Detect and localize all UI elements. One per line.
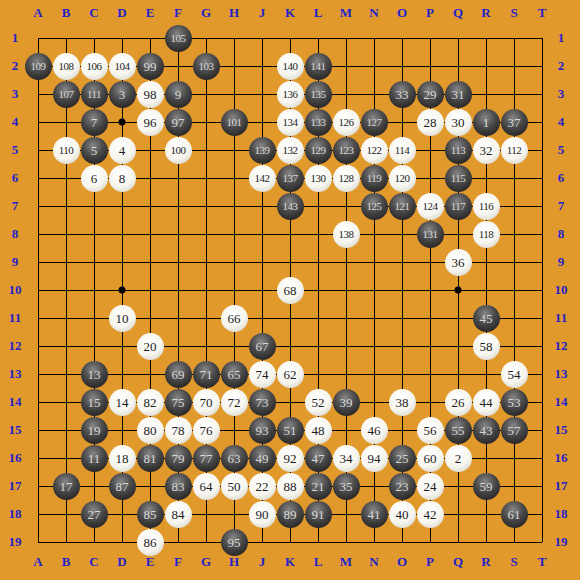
stone-black-H16[interactable]: 63 [221,445,248,472]
stone-white-D11[interactable]: 10 [109,305,136,332]
stone-black-S18[interactable]: 61 [501,501,528,528]
stone-black-Q15[interactable]: 55 [445,417,472,444]
stone-white-F18[interactable]: 84 [165,501,192,528]
move-number: 143 [283,201,298,212]
stone-white-B2[interactable]: 108 [53,53,80,80]
stone-white-E12[interactable]: 20 [137,333,164,360]
move-number: 57 [508,424,521,437]
stone-white-R8[interactable]: 118 [473,221,500,248]
stone-black-G16[interactable]: 77 [193,445,220,472]
column-label-bottom-M: M [332,554,360,570]
column-label-top-Q: Q [444,5,472,21]
column-label-top-A: A [24,5,52,21]
column-label-bottom-S: S [500,554,528,570]
stone-black-O7[interactable]: 121 [389,193,416,220]
stone-white-L14[interactable]: 52 [305,389,332,416]
stone-black-K7[interactable]: 143 [277,193,304,220]
stone-black-N18[interactable]: 41 [361,501,388,528]
move-number: 131 [423,229,438,240]
stone-black-E2[interactable]: 99 [137,53,164,80]
move-number: 69 [172,368,185,381]
stone-black-N7[interactable]: 125 [361,193,388,220]
move-number: 24 [424,480,437,493]
move-number: 111 [87,89,101,100]
column-label-bottom-J: J [248,554,276,570]
move-number: 7 [91,116,98,129]
stone-black-Q3[interactable]: 31 [445,81,472,108]
stone-black-R17[interactable]: 59 [473,473,500,500]
stone-white-B5[interactable]: 110 [53,137,80,164]
move-number: 30 [452,116,465,129]
move-number: 86 [144,536,157,549]
stone-black-N6[interactable]: 119 [361,165,388,192]
stone-white-G15[interactable]: 76 [193,417,220,444]
move-number: 87 [116,480,129,493]
column-label-top-J: J [248,5,276,21]
column-label-bottom-L: L [304,554,332,570]
move-number: 59 [480,480,493,493]
column-label-top-H: H [220,5,248,21]
stone-white-K3[interactable]: 136 [277,81,304,108]
go-board: ABCDEFGHJKLMNOPQRST ABCDEFGHJKLMNOPQRST … [0,0,580,580]
stone-white-G17[interactable]: 64 [193,473,220,500]
column-label-bottom-H: H [220,554,248,570]
stone-white-D5[interactable]: 4 [109,137,136,164]
stone-white-J6[interactable]: 142 [249,165,276,192]
stone-black-R15[interactable]: 43 [473,417,500,444]
column-label-bottom-F: F [164,554,192,570]
stone-black-L17[interactable]: 21 [305,473,332,500]
stone-black-C3[interactable]: 111 [81,81,108,108]
stone-black-L5[interactable]: 129 [305,137,332,164]
column-label-bottom-N: N [360,554,388,570]
stone-white-P18[interactable]: 42 [417,501,444,528]
move-number: 94 [368,452,381,465]
move-number: 37 [508,116,521,129]
move-number: 74 [256,368,269,381]
column-label-bottom-B: B [52,554,80,570]
column-label-top-N: N [360,5,388,21]
move-number: 116 [479,201,494,212]
move-number: 68 [284,284,297,297]
move-number: 41 [368,508,381,521]
stone-white-O6[interactable]: 120 [389,165,416,192]
stone-white-N15[interactable]: 46 [361,417,388,444]
move-number: 119 [367,173,382,184]
stone-black-J16[interactable]: 49 [249,445,276,472]
move-number: 114 [395,145,410,156]
column-label-top-O: O [388,5,416,21]
move-number: 77 [200,452,213,465]
column-label-top-L: L [304,5,332,21]
stone-white-E15[interactable]: 80 [137,417,164,444]
stone-white-N5[interactable]: 122 [361,137,388,164]
stone-white-D16[interactable]: 18 [109,445,136,472]
move-number: 73 [256,396,269,409]
move-number: 142 [255,173,270,184]
stone-white-H17[interactable]: 50 [221,473,248,500]
move-number: 15 [88,396,101,409]
move-number: 84 [172,508,185,521]
stone-white-O14[interactable]: 38 [389,389,416,416]
move-number: 109 [31,61,46,72]
stone-white-H14[interactable]: 72 [221,389,248,416]
move-number: 36 [452,256,465,269]
move-number: 98 [144,88,157,101]
stone-white-P7[interactable]: 124 [417,193,444,220]
move-number: 22 [256,480,269,493]
stone-black-Q5[interactable]: 113 [445,137,472,164]
stone-black-L18[interactable]: 91 [305,501,332,528]
move-number: 67 [256,340,269,353]
move-number: 93 [256,424,269,437]
move-number: 20 [144,340,157,353]
stone-black-D3[interactable]: 3 [109,81,136,108]
stone-black-F14[interactable]: 75 [165,389,192,416]
move-number: 75 [172,396,185,409]
move-number: 60 [424,452,437,465]
move-number: 78 [172,424,185,437]
column-label-top-D: D [108,5,136,21]
column-label-bottom-R: R [472,554,500,570]
stone-black-J15[interactable]: 93 [249,417,276,444]
stone-white-C2[interactable]: 106 [81,53,108,80]
stone-white-J17[interactable]: 22 [249,473,276,500]
move-number: 104 [115,61,130,72]
stone-black-B17[interactable]: 17 [53,473,80,500]
move-number: 123 [339,145,354,156]
move-number: 108 [59,61,74,72]
column-label-top-S: S [500,5,528,21]
column-label-top-K: K [276,5,304,21]
move-number: 101 [227,117,242,128]
move-number: 2 [455,452,462,465]
stone-white-D14[interactable]: 14 [109,389,136,416]
move-number: 83 [172,480,185,493]
move-number: 135 [311,89,326,100]
move-number: 45 [480,312,493,325]
stone-black-E16[interactable]: 81 [137,445,164,472]
move-number: 58 [480,340,493,353]
stone-black-F1[interactable]: 105 [165,25,192,52]
stone-black-L16[interactable]: 47 [305,445,332,472]
column-label-top-F: F [164,5,192,21]
move-number: 63 [228,452,241,465]
stone-black-J5[interactable]: 139 [249,137,276,164]
stone-black-M17[interactable]: 35 [333,473,360,500]
move-number: 127 [367,117,382,128]
move-number: 76 [200,424,213,437]
move-number: 48 [312,424,325,437]
move-number: 95 [228,536,241,549]
stone-white-P17[interactable]: 24 [417,473,444,500]
move-number: 6 [91,172,98,185]
move-number: 134 [283,117,298,128]
move-number: 117 [451,201,466,212]
move-number: 9 [175,88,182,101]
stone-black-H4[interactable]: 101 [221,109,248,136]
move-number: 3 [119,88,126,101]
column-label-top-R: R [472,5,500,21]
stone-white-Q14[interactable]: 26 [445,389,472,416]
move-number: 5 [91,144,98,157]
stone-black-Q6[interactable]: 115 [445,165,472,192]
move-number: 53 [508,396,521,409]
column-label-top-P: P [416,5,444,21]
stone-black-H19[interactable]: 95 [221,529,248,556]
stone-white-E4[interactable]: 96 [137,109,164,136]
stone-white-K4[interactable]: 134 [277,109,304,136]
stone-black-O17[interactable]: 23 [389,473,416,500]
move-number: 66 [228,312,241,325]
column-label-bottom-T: T [528,554,556,570]
move-number: 19 [88,424,101,437]
move-number: 28 [424,116,437,129]
stone-white-L15[interactable]: 48 [305,417,332,444]
stone-black-P3[interactable]: 29 [417,81,444,108]
column-label-top-M: M [332,5,360,21]
move-number: 136 [283,89,298,100]
move-number: 110 [59,145,74,156]
move-number: 70 [200,396,213,409]
move-number: 8 [119,172,126,185]
move-number: 31 [452,88,465,101]
stone-white-P16[interactable]: 60 [417,445,444,472]
move-number: 88 [284,480,297,493]
stone-black-R11[interactable]: 45 [473,305,500,332]
move-number: 29 [424,88,437,101]
move-number: 141 [311,61,326,72]
stone-white-P15[interactable]: 56 [417,417,444,444]
move-number: 106 [87,61,102,72]
move-number: 71 [200,368,213,381]
move-number: 23 [396,480,409,493]
move-number: 44 [480,396,493,409]
stone-black-C14[interactable]: 15 [81,389,108,416]
stone-white-O5[interactable]: 114 [389,137,416,164]
stone-black-D17[interactable]: 87 [109,473,136,500]
stone-white-K13[interactable]: 62 [277,361,304,388]
move-number: 38 [396,396,409,409]
move-number: 49 [256,452,269,465]
move-number: 115 [451,173,466,184]
stone-black-F13[interactable]: 69 [165,361,192,388]
stone-white-O18[interactable]: 40 [389,501,416,528]
move-number: 124 [423,201,438,212]
stone-black-H13[interactable]: 65 [221,361,248,388]
stone-white-S5[interactable]: 112 [501,137,528,164]
column-label-bottom-G: G [192,554,220,570]
stone-white-P4[interactable]: 28 [417,109,444,136]
stone-white-R5[interactable]: 32 [473,137,500,164]
stone-white-K17[interactable]: 88 [277,473,304,500]
move-number: 137 [283,173,298,184]
move-number: 42 [424,508,437,521]
stone-black-K6[interactable]: 137 [277,165,304,192]
move-number: 26 [452,396,465,409]
stone-white-K5[interactable]: 132 [277,137,304,164]
stone-white-H11[interactable]: 66 [221,305,248,332]
stone-white-D6[interactable]: 8 [109,165,136,192]
stone-black-S14[interactable]: 53 [501,389,528,416]
stone-black-E18[interactable]: 85 [137,501,164,528]
move-number: 126 [339,117,354,128]
stone-white-G14[interactable]: 70 [193,389,220,416]
stone-black-L2[interactable]: 141 [305,53,332,80]
stone-white-N16[interactable]: 94 [361,445,388,472]
move-number: 139 [255,145,270,156]
move-number: 56 [424,424,437,437]
stone-black-L4[interactable]: 133 [305,109,332,136]
stone-black-F16[interactable]: 79 [165,445,192,472]
move-number: 96 [144,116,157,129]
stone-white-E3[interactable]: 98 [137,81,164,108]
stone-black-R4[interactable]: 1 [473,109,500,136]
move-number: 133 [311,117,326,128]
move-number: 34 [340,452,353,465]
stone-white-M6[interactable]: 128 [333,165,360,192]
move-number: 121 [395,201,410,212]
stone-white-E14[interactable]: 82 [137,389,164,416]
stone-white-C6[interactable]: 6 [81,165,108,192]
stone-white-R12[interactable]: 58 [473,333,500,360]
stone-black-M5[interactable]: 123 [333,137,360,164]
move-number: 4 [119,144,126,157]
stone-black-K18[interactable]: 89 [277,501,304,528]
stone-black-O3[interactable]: 33 [389,81,416,108]
stone-black-B3[interactable]: 107 [53,81,80,108]
stone-black-G2[interactable]: 103 [193,53,220,80]
column-label-bottom-O: O [388,554,416,570]
move-number: 14 [116,396,129,409]
move-number: 65 [228,368,241,381]
stone-white-M4[interactable]: 126 [333,109,360,136]
move-number: 32 [480,144,493,157]
stone-black-F17[interactable]: 83 [165,473,192,500]
stone-black-C15[interactable]: 19 [81,417,108,444]
column-label-top-B: B [52,5,80,21]
stone-white-J13[interactable]: 74 [249,361,276,388]
stone-white-M8[interactable]: 138 [333,221,360,248]
move-number: 43 [480,424,493,437]
stone-black-C5[interactable]: 5 [81,137,108,164]
stone-white-J18[interactable]: 90 [249,501,276,528]
move-number: 61 [508,508,521,521]
stone-white-L6[interactable]: 130 [305,165,332,192]
move-number: 40 [396,508,409,521]
stone-white-K16[interactable]: 92 [277,445,304,472]
column-label-bottom-D: D [108,554,136,570]
stone-white-M16[interactable]: 34 [333,445,360,472]
stone-black-C13[interactable]: 13 [81,361,108,388]
column-label-top-E: E [136,5,164,21]
move-number: 52 [312,396,325,409]
column-label-bottom-A: A [24,554,52,570]
move-number: 132 [283,145,298,156]
stone-white-K10[interactable]: 68 [277,277,304,304]
stone-black-M14[interactable]: 39 [333,389,360,416]
stone-black-J12[interactable]: 67 [249,333,276,360]
stone-white-F5[interactable]: 100 [165,137,192,164]
stone-black-J14[interactable]: 73 [249,389,276,416]
stone-white-E19[interactable]: 86 [137,529,164,556]
stone-white-Q16[interactable]: 2 [445,445,472,472]
stone-white-R14[interactable]: 44 [473,389,500,416]
move-number: 82 [144,396,157,409]
move-number: 21 [312,480,325,493]
move-number: 55 [452,424,465,437]
stone-black-G13[interactable]: 71 [193,361,220,388]
column-label-bottom-Q: Q [444,554,472,570]
column-label-top-C: C [80,5,108,21]
move-number: 50 [228,480,241,493]
column-label-bottom-P: P [416,554,444,570]
stone-white-F15[interactable]: 78 [165,417,192,444]
stone-white-D2[interactable]: 104 [109,53,136,80]
stone-black-A2[interactable]: 109 [25,53,52,80]
move-number: 17 [60,480,73,493]
stone-white-R7[interactable]: 116 [473,193,500,220]
stone-black-P8[interactable]: 131 [417,221,444,248]
move-number: 125 [367,201,382,212]
move-number: 99 [144,60,157,73]
move-number: 107 [59,89,74,100]
stone-black-O16[interactable]: 25 [389,445,416,472]
move-number: 128 [339,173,354,184]
column-label-bottom-C: C [80,554,108,570]
stone-white-K2[interactable]: 140 [277,53,304,80]
stone-black-Q7[interactable]: 117 [445,193,472,220]
move-number: 72 [228,396,241,409]
stone-black-C16[interactable]: 11 [81,445,108,472]
move-number: 18 [116,452,129,465]
move-number: 92 [284,452,297,465]
move-number: 100 [171,145,186,156]
stones-layer[interactable]: 1051091081061049910314014110711139891361… [24,24,556,556]
move-number: 10 [116,312,129,325]
move-number: 80 [144,424,157,437]
move-number: 51 [284,424,297,437]
move-number: 112 [507,145,522,156]
stone-black-S15[interactable]: 57 [501,417,528,444]
move-number: 47 [312,452,325,465]
move-number: 130 [311,173,326,184]
stone-black-L3[interactable]: 135 [305,81,332,108]
stone-black-F4[interactable]: 97 [165,109,192,136]
move-number: 81 [144,452,157,465]
move-number: 39 [340,396,353,409]
move-number: 105 [171,33,186,44]
move-number: 13 [88,368,101,381]
stone-black-S4[interactable]: 37 [501,109,528,136]
stone-black-F3[interactable]: 9 [165,81,192,108]
move-number: 118 [479,229,494,240]
move-number: 27 [88,508,101,521]
stone-black-K15[interactable]: 51 [277,417,304,444]
stone-white-Q9[interactable]: 36 [445,249,472,276]
move-number: 64 [200,480,213,493]
stone-black-N4[interactable]: 127 [361,109,388,136]
stone-black-C4[interactable]: 7 [81,109,108,136]
column-label-bottom-E: E [136,554,164,570]
stone-white-S13[interactable]: 54 [501,361,528,388]
column-label-bottom-K: K [276,554,304,570]
move-number: 122 [367,145,382,156]
column-label-top-G: G [192,5,220,21]
move-number: 103 [199,61,214,72]
stone-white-Q4[interactable]: 30 [445,109,472,136]
stone-black-C18[interactable]: 27 [81,501,108,528]
